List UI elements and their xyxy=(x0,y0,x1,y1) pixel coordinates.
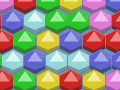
gem-green[interactable] xyxy=(13,69,37,90)
gem-yellow[interactable] xyxy=(82,69,106,90)
gem-pink[interactable] xyxy=(105,69,120,90)
gem-red[interactable] xyxy=(59,69,83,90)
game-board xyxy=(0,0,120,90)
gem-red[interactable] xyxy=(0,69,14,90)
gem-yellow[interactable] xyxy=(36,69,60,90)
